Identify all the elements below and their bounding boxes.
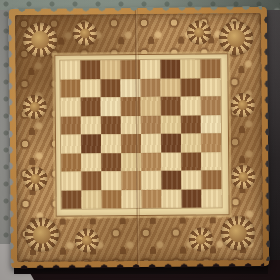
board-square — [100, 79, 120, 98]
board-square — [161, 189, 181, 208]
board-square — [100, 60, 120, 79]
flower-carving — [231, 165, 255, 189]
board-square — [181, 115, 201, 134]
board-square — [161, 171, 181, 190]
board-square — [201, 170, 221, 189]
board-square — [141, 189, 161, 208]
board-square — [141, 97, 161, 116]
board-square — [200, 59, 220, 78]
board-square — [101, 116, 121, 135]
board-square — [61, 190, 81, 209]
flower-carving — [75, 228, 99, 252]
board-square — [61, 153, 81, 172]
chess-board — [9, 7, 269, 268]
board-square — [181, 170, 201, 189]
flower-carving — [187, 20, 211, 44]
board-square — [141, 152, 161, 171]
board-square — [201, 189, 221, 208]
corner-sunflower-carving — [25, 218, 59, 252]
board-square — [161, 115, 181, 134]
board-square — [60, 79, 80, 98]
board-square — [200, 78, 220, 97]
board-square — [61, 116, 81, 135]
board-square — [201, 96, 221, 115]
board-square — [80, 60, 100, 79]
board-square — [201, 115, 221, 134]
flower-carving — [189, 227, 213, 251]
board-square — [140, 60, 160, 79]
board-grid — [59, 58, 222, 209]
board-square — [181, 152, 201, 171]
board-square — [101, 97, 121, 116]
photo-scene — [0, 0, 280, 280]
board-square — [80, 79, 100, 98]
board-square — [161, 152, 181, 171]
board-square — [201, 152, 221, 171]
board-square — [181, 96, 201, 115]
board-square — [180, 59, 200, 78]
board-square — [61, 135, 81, 154]
board-square — [81, 153, 101, 172]
corner-sunflower-carving — [219, 21, 253, 55]
board-square — [181, 133, 201, 152]
board-square — [101, 190, 121, 209]
board-square — [201, 133, 221, 152]
board-square — [161, 97, 181, 116]
playing-field — [54, 53, 229, 217]
board-square — [101, 171, 121, 190]
board-square — [140, 78, 160, 97]
board-square — [161, 134, 181, 153]
board-square — [60, 61, 80, 80]
board-square — [141, 134, 161, 153]
board-square — [160, 60, 180, 79]
flower-carving — [23, 95, 47, 119]
board-square — [160, 78, 180, 97]
board-square — [180, 78, 200, 97]
board-square — [61, 98, 81, 117]
board-square — [81, 171, 101, 190]
corner-sunflower-carving — [221, 216, 255, 250]
flower-carving — [23, 167, 47, 191]
board-square — [81, 190, 101, 209]
board-square — [61, 172, 81, 191]
flower-carving — [231, 93, 255, 117]
board-square — [101, 134, 121, 153]
board-square — [101, 153, 121, 172]
board-square — [141, 115, 161, 134]
board-square — [81, 97, 101, 116]
board-square — [81, 116, 101, 135]
corner-sunflower-carving — [23, 23, 57, 57]
board-square — [81, 134, 101, 153]
board-square — [141, 171, 161, 190]
board-square — [181, 189, 201, 208]
flower-carving — [73, 21, 97, 45]
